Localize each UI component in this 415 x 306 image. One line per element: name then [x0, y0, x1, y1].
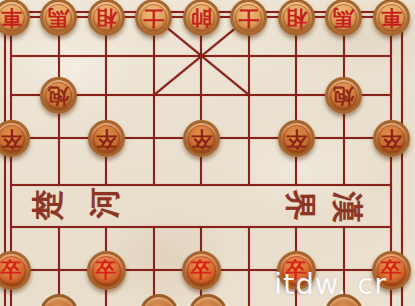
- xiangqi-board-photo: 楚河界漢 車馬相士帥士相馬車炮炮卒卒卒卒卒卒卒卒卒卒 itdw. cr: [0, 0, 415, 306]
- piece-炮-f8r3[interactable]: 炮: [325, 77, 362, 114]
- piece-卒-f5r7[interactable]: 卒: [182, 251, 221, 290]
- piece-character: 卒: [381, 260, 402, 281]
- piece-character: 卒: [96, 260, 117, 281]
- piece-character: 炮: [333, 85, 354, 106]
- piece-character: 卒: [286, 260, 307, 281]
- piece-卒-f7r7[interactable]: 卒: [277, 251, 316, 290]
- partial-piece-f2r8[interactable]: [40, 294, 78, 306]
- grid-file-line-3-top: [105, 16, 107, 186]
- piece-character: 馬: [48, 7, 69, 28]
- piece-character: 卒: [1, 128, 22, 149]
- river-char-he: 河: [89, 188, 120, 219]
- piece-character: 卒: [286, 128, 307, 149]
- piece-卒-f1r7[interactable]: 卒: [0, 251, 31, 290]
- piece-卒-f9r4[interactable]: 卒: [373, 120, 410, 157]
- piece-炮-f2r3[interactable]: 炮: [40, 77, 77, 114]
- grid-file-line-5-top: [200, 16, 202, 186]
- piece-character: 相: [96, 7, 117, 28]
- piece-士-f4r1[interactable]: 士: [135, 0, 172, 36]
- grid-file-line-4-top: [153, 16, 155, 186]
- partial-piece-f8r8[interactable]: [325, 294, 363, 306]
- piece-character: 帥: [191, 7, 212, 28]
- piece-character: 士: [238, 7, 259, 28]
- piece-卒-f9r7[interactable]: 卒: [372, 251, 411, 290]
- piece-相-f7r1[interactable]: 相: [278, 0, 315, 36]
- piece-車-f1r1[interactable]: 車: [0, 0, 30, 36]
- river-char-chu: 楚: [32, 190, 63, 221]
- piece-車-f9r1[interactable]: 車: [373, 0, 410, 36]
- piece-character: 卒: [96, 128, 117, 149]
- piece-卒-f7r4[interactable]: 卒: [278, 120, 315, 157]
- piece-character: 卒: [381, 128, 402, 149]
- piece-character: 卒: [1, 260, 22, 281]
- river-char-han: 漢: [332, 192, 363, 223]
- piece-character: 車: [381, 7, 402, 28]
- piece-卒-f3r7[interactable]: 卒: [87, 251, 126, 290]
- piece-character: 士: [143, 7, 164, 28]
- piece-character: 相: [286, 7, 307, 28]
- river-char-jie: 界: [285, 190, 316, 221]
- piece-character: 卒: [191, 260, 212, 281]
- partial-piece-f4r8[interactable]: [140, 294, 178, 306]
- piece-卒-f1r4[interactable]: 卒: [0, 120, 30, 157]
- piece-character: 卒: [191, 128, 212, 149]
- partial-piece-f5r8[interactable]: [189, 294, 227, 306]
- grid-file-line-6-bottom: [248, 226, 250, 306]
- piece-帥-f5r1[interactable]: 帥: [183, 0, 220, 36]
- grid-file-line-6-top: [248, 16, 250, 186]
- piece-卒-f3r4[interactable]: 卒: [88, 120, 125, 157]
- piece-卒-f5r4[interactable]: 卒: [183, 120, 220, 157]
- piece-character: 炮: [48, 85, 69, 106]
- piece-相-f3r1[interactable]: 相: [88, 0, 125, 36]
- piece-馬-f8r1[interactable]: 馬: [325, 0, 362, 36]
- grid-file-line-7-top: [295, 16, 297, 186]
- piece-character: 車: [1, 7, 22, 28]
- piece-士-f6r1[interactable]: 士: [230, 0, 267, 36]
- piece-馬-f2r1[interactable]: 馬: [40, 0, 77, 36]
- piece-character: 馬: [333, 7, 354, 28]
